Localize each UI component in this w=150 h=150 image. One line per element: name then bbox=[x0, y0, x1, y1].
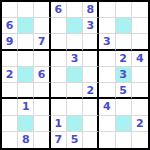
cell-r6c8[interactable]: 5 bbox=[116, 83, 132, 99]
cell-r3c4[interactable] bbox=[51, 34, 67, 50]
cell-r5c1[interactable]: 2 bbox=[2, 67, 18, 83]
cell-r5c7[interactable] bbox=[99, 67, 115, 83]
cell-r1c9[interactable] bbox=[132, 2, 148, 18]
cell-r8c5[interactable] bbox=[67, 116, 83, 132]
cell-r4c2[interactable] bbox=[18, 51, 34, 67]
cell-r4c7[interactable] bbox=[99, 51, 115, 67]
cell-r4c5[interactable]: 3 bbox=[67, 51, 83, 67]
cell-r9c2[interactable]: 8 bbox=[18, 132, 34, 148]
cell-r3c5[interactable] bbox=[67, 34, 83, 50]
cell-r2c3[interactable] bbox=[34, 18, 50, 34]
cell-r3c2[interactable] bbox=[18, 34, 34, 50]
cell-r1c7[interactable] bbox=[99, 2, 115, 18]
cell-r7c9[interactable] bbox=[132, 99, 148, 115]
cell-r9c5[interactable]: 5 bbox=[67, 132, 83, 148]
cell-r9c1[interactable] bbox=[2, 132, 18, 148]
cell-r3c3[interactable]: 7 bbox=[34, 34, 50, 50]
cell-r5c5[interactable] bbox=[67, 67, 83, 83]
cell-r7c3[interactable] bbox=[34, 99, 50, 115]
cell-r1c8[interactable] bbox=[116, 2, 132, 18]
cell-r9c7[interactable] bbox=[99, 132, 115, 148]
cell-r8c4[interactable]: 1 bbox=[51, 116, 67, 132]
cell-r8c8[interactable] bbox=[116, 116, 132, 132]
cell-r4c8[interactable]: 2 bbox=[116, 51, 132, 67]
cell-r3c9[interactable] bbox=[132, 34, 148, 50]
cell-r1c1[interactable] bbox=[2, 2, 18, 18]
cell-r1c3[interactable] bbox=[34, 2, 50, 18]
cell-r5c4[interactable] bbox=[51, 67, 67, 83]
cell-r9c9[interactable] bbox=[132, 132, 148, 148]
cell-r1c5[interactable] bbox=[67, 2, 83, 18]
cell-r8c3[interactable] bbox=[34, 116, 50, 132]
cell-r4c3[interactable] bbox=[34, 51, 50, 67]
cell-r9c3[interactable] bbox=[34, 132, 50, 148]
cell-r7c6[interactable] bbox=[83, 99, 99, 115]
cell-r9c8[interactable] bbox=[116, 132, 132, 148]
cell-r5c8[interactable]: 3 bbox=[116, 67, 132, 83]
cell-r2c9[interactable] bbox=[132, 18, 148, 34]
cell-r6c4[interactable] bbox=[51, 83, 67, 99]
cell-r8c6[interactable] bbox=[83, 116, 99, 132]
cell-r1c2[interactable] bbox=[18, 2, 34, 18]
cell-r2c2[interactable] bbox=[18, 18, 34, 34]
cell-r7c2[interactable]: 1 bbox=[18, 99, 34, 115]
cell-r5c2[interactable] bbox=[18, 67, 34, 83]
cell-r8c2[interactable] bbox=[18, 116, 34, 132]
cell-r2c6[interactable]: 3 bbox=[83, 18, 99, 34]
cell-r5c3[interactable]: 6 bbox=[34, 67, 50, 83]
cell-r8c7[interactable] bbox=[99, 116, 115, 132]
cell-r1c6[interactable]: 8 bbox=[83, 2, 99, 18]
cell-r7c7[interactable]: 4 bbox=[99, 99, 115, 115]
cell-r2c1[interactable]: 6 bbox=[2, 18, 18, 34]
cell-r2c5[interactable] bbox=[67, 18, 83, 34]
cell-r7c4[interactable] bbox=[51, 99, 67, 115]
cell-r6c5[interactable] bbox=[67, 83, 83, 99]
cell-r3c6[interactable] bbox=[83, 34, 99, 50]
cell-r2c8[interactable] bbox=[116, 18, 132, 34]
cell-r5c6[interactable] bbox=[83, 67, 99, 83]
cell-r3c7[interactable]: 3 bbox=[99, 34, 115, 50]
cell-r6c3[interactable] bbox=[34, 83, 50, 99]
cell-r8c1[interactable] bbox=[2, 116, 18, 132]
cell-r7c5[interactable] bbox=[67, 99, 83, 115]
cell-r5c9[interactable] bbox=[132, 67, 148, 83]
cell-r3c8[interactable] bbox=[116, 34, 132, 50]
cell-r6c6[interactable]: 2 bbox=[83, 83, 99, 99]
cell-r7c1[interactable] bbox=[2, 99, 18, 115]
cell-r9c6[interactable] bbox=[83, 132, 99, 148]
cell-r3c1[interactable]: 9 bbox=[2, 34, 18, 50]
cell-r4c9[interactable]: 4 bbox=[132, 51, 148, 67]
cell-r8c9[interactable]: 2 bbox=[132, 116, 148, 132]
cell-r4c6[interactable] bbox=[83, 51, 99, 67]
cell-r6c9[interactable] bbox=[132, 83, 148, 99]
cell-r6c2[interactable] bbox=[18, 83, 34, 99]
cell-r4c1[interactable] bbox=[2, 51, 18, 67]
sudoku-board: 6863973324263251412875 bbox=[0, 0, 150, 150]
cell-r6c7[interactable] bbox=[99, 83, 115, 99]
cell-r9c4[interactable]: 7 bbox=[51, 132, 67, 148]
cell-r6c1[interactable] bbox=[2, 83, 18, 99]
cell-r1c4[interactable]: 6 bbox=[51, 2, 67, 18]
cell-r2c7[interactable] bbox=[99, 18, 115, 34]
cell-r2c4[interactable] bbox=[51, 18, 67, 34]
cell-r7c8[interactable] bbox=[116, 99, 132, 115]
cell-r4c4[interactable] bbox=[51, 51, 67, 67]
